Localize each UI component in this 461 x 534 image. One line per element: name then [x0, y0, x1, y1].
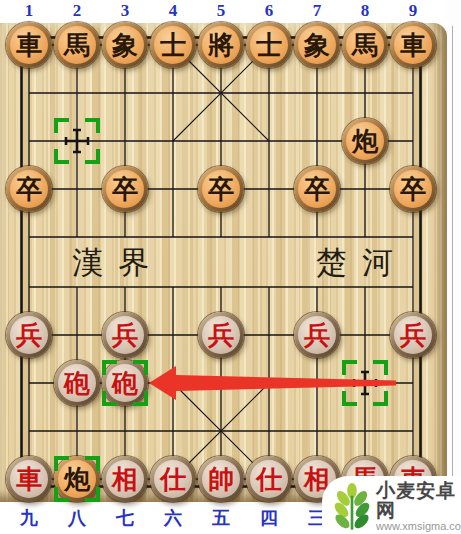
piece-black-horse[interactable]: 馬 [342, 22, 388, 68]
piece-glyph: 卒 [298, 170, 336, 208]
watermark: 小麦安卓网 www.xmsigma.com [322, 476, 461, 534]
file-label-top-4: 4 [161, 1, 185, 21]
piece-glyph: 士 [250, 26, 288, 64]
piece-glyph: 砲 [106, 364, 144, 402]
piece-black-soldier[interactable]: 卒 [390, 166, 436, 212]
piece-black-chariot[interactable]: 車 [6, 22, 52, 68]
piece-glyph: 砲 [58, 364, 96, 402]
piece-glyph: 炮 [58, 460, 96, 498]
file-label-bottom-1: 九 [17, 506, 41, 530]
piece-red-advisor[interactable]: 仕 [150, 456, 196, 502]
piece-red-elephant[interactable]: 相 [102, 456, 148, 502]
file-label-top-3: 3 [113, 1, 137, 21]
piece-red-cannon[interactable]: 砲 [102, 360, 148, 406]
piece-red-advisor[interactable]: 仕 [246, 456, 292, 502]
piece-black-elephant[interactable]: 象 [102, 22, 148, 68]
piece-glyph: 兵 [10, 316, 48, 354]
piece-red-soldier[interactable]: 兵 [6, 312, 52, 358]
piece-black-cannon[interactable]: 炮 [54, 456, 100, 502]
xiangqi-app-screen: 漢界 楚河 123456789九八七六五四三 車馬象士將士象馬車炮卒卒卒卒卒兵兵… [0, 0, 461, 534]
piece-red-soldier[interactable]: 兵 [198, 312, 244, 358]
piece-glyph: 卒 [394, 170, 432, 208]
piece-glyph: 象 [106, 26, 144, 64]
piece-glyph: 兵 [106, 316, 144, 354]
file-label-top-6: 6 [257, 1, 281, 21]
window-edge-line [452, 26, 453, 478]
file-label-bottom-2: 八 [65, 506, 89, 530]
file-label-top-5: 5 [209, 1, 233, 21]
piece-glyph: 仕 [250, 460, 288, 498]
watermark-site-name: 小麦安卓网 [376, 481, 461, 521]
piece-glyph: 炮 [346, 122, 384, 160]
file-label-top-1: 1 [17, 1, 41, 21]
piece-glyph: 仕 [154, 460, 192, 498]
piece-glyph: 相 [106, 460, 144, 498]
piece-glyph: 卒 [106, 170, 144, 208]
file-label-top-2: 2 [65, 1, 89, 21]
piece-black-soldier[interactable]: 卒 [294, 166, 340, 212]
file-label-bottom-3: 七 [113, 506, 137, 530]
watermark-site-url: www.xmsigma.com [376, 521, 461, 533]
piece-black-soldier[interactable]: 卒 [6, 166, 52, 212]
piece-red-general[interactable]: 帥 [198, 456, 244, 502]
piece-glyph: 車 [10, 460, 48, 498]
piece-glyph: 車 [394, 26, 432, 64]
piece-black-elephant[interactable]: 象 [294, 22, 340, 68]
file-label-bottom-4: 六 [161, 506, 185, 530]
piece-red-soldier[interactable]: 兵 [102, 312, 148, 358]
piece-black-general[interactable]: 將 [198, 22, 244, 68]
piece-glyph: 帥 [202, 460, 240, 498]
file-label-bottom-6: 四 [257, 506, 281, 530]
piece-black-chariot[interactable]: 車 [390, 22, 436, 68]
piece-glyph: 兵 [202, 316, 240, 354]
piece-glyph: 士 [154, 26, 192, 64]
piece-red-cannon[interactable]: 砲 [54, 360, 100, 406]
river-label-chuhe: 楚河 [316, 244, 408, 282]
piece-black-horse[interactable]: 馬 [54, 22, 100, 68]
file-label-top-7: 7 [305, 1, 329, 21]
piece-glyph: 將 [202, 26, 240, 64]
piece-glyph: 象 [298, 26, 336, 64]
piece-black-advisor[interactable]: 士 [150, 22, 196, 68]
piece-glyph: 兵 [298, 316, 336, 354]
file-label-bottom-5: 五 [209, 506, 233, 530]
piece-glyph: 兵 [394, 316, 432, 354]
window-right-strip [447, 0, 461, 534]
piece-red-soldier[interactable]: 兵 [390, 312, 436, 358]
piece-black-soldier[interactable]: 卒 [198, 166, 244, 212]
piece-red-chariot[interactable]: 車 [6, 456, 52, 502]
piece-black-soldier[interactable]: 卒 [102, 166, 148, 212]
piece-black-cannon[interactable]: 炮 [342, 118, 388, 164]
piece-glyph: 馬 [346, 26, 384, 64]
wheat-icon [330, 483, 374, 531]
piece-glyph: 馬 [58, 26, 96, 64]
file-label-top-9: 9 [401, 1, 425, 21]
piece-black-advisor[interactable]: 士 [246, 22, 292, 68]
piece-glyph: 車 [10, 26, 48, 64]
file-label-top-8: 8 [353, 1, 377, 21]
piece-glyph: 卒 [202, 170, 240, 208]
piece-glyph: 卒 [10, 170, 48, 208]
river-label-hanjie: 漢界 [72, 244, 164, 282]
piece-red-soldier[interactable]: 兵 [294, 312, 340, 358]
